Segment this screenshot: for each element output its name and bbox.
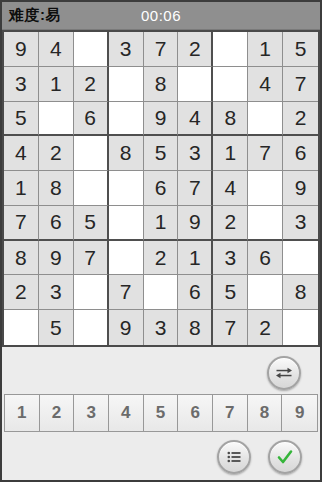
cell-r4c8[interactable]: 7 — [248, 136, 283, 171]
cell-r2c7[interactable] — [213, 67, 248, 102]
cell-r1c2[interactable]: 4 — [39, 32, 74, 67]
cell-r8c9[interactable]: 8 — [283, 275, 318, 310]
numpad-key-1[interactable]: 1 — [5, 395, 40, 431]
cell-r3c5[interactable]: 9 — [144, 102, 179, 137]
check-button[interactable] — [268, 440, 302, 474]
cell-r9c1[interactable] — [4, 310, 39, 345]
cell-r4c1[interactable]: 4 — [4, 136, 39, 171]
cell-r7c8[interactable]: 6 — [248, 241, 283, 276]
cell-r1c4[interactable]: 3 — [109, 32, 144, 67]
cell-r7c9[interactable] — [283, 241, 318, 276]
cell-r5c8[interactable] — [248, 171, 283, 206]
numpad-key-4[interactable]: 4 — [109, 395, 144, 431]
cell-r1c9[interactable]: 5 — [283, 32, 318, 67]
cell-r5c3[interactable] — [74, 171, 109, 206]
cell-r3c1[interactable]: 5 — [4, 102, 39, 137]
timer: 00:06 — [141, 7, 181, 24]
numpad-key-3[interactable]: 3 — [74, 395, 109, 431]
cell-r7c6[interactable]: 1 — [178, 241, 213, 276]
cell-r6c1[interactable]: 7 — [4, 206, 39, 241]
cell-r5c7[interactable]: 4 — [213, 171, 248, 206]
cell-r5c9[interactable]: 9 — [283, 171, 318, 206]
cell-r7c1[interactable]: 8 — [4, 241, 39, 276]
swap-arrows-icon — [274, 363, 294, 383]
cell-r3c7[interactable]: 8 — [213, 102, 248, 137]
cell-r9c5[interactable]: 3 — [144, 310, 179, 345]
cell-r2c9[interactable]: 7 — [283, 67, 318, 102]
difficulty-label: 难度:易 — [9, 6, 61, 25]
list-icon — [224, 447, 244, 467]
cell-r9c6[interactable]: 8 — [178, 310, 213, 345]
cell-r1c7[interactable] — [213, 32, 248, 67]
header-bar: 难度:易 00:06 — [2, 2, 320, 30]
cell-r2c6[interactable] — [178, 67, 213, 102]
cell-r8c1[interactable]: 2 — [4, 275, 39, 310]
numpad-key-8[interactable]: 8 — [248, 395, 283, 431]
cell-r2c4[interactable] — [109, 67, 144, 102]
toolbar-top — [2, 347, 320, 394]
numpad-key-7[interactable]: 7 — [213, 395, 248, 431]
cell-r8c5[interactable] — [144, 275, 179, 310]
sudoku-board: 9437215312847569482428531761867497651923… — [2, 30, 320, 347]
cell-r6c4[interactable] — [109, 206, 144, 241]
numpad-key-6[interactable]: 6 — [178, 395, 213, 431]
cell-r2c3[interactable]: 2 — [74, 67, 109, 102]
cell-r3c3[interactable]: 6 — [74, 102, 109, 137]
number-pad: 123456789 — [4, 394, 318, 432]
cell-r4c4[interactable]: 8 — [109, 136, 144, 171]
cell-r4c2[interactable]: 2 — [39, 136, 74, 171]
cell-r2c8[interactable]: 4 — [248, 67, 283, 102]
cell-r5c6[interactable]: 7 — [178, 171, 213, 206]
cell-r8c2[interactable]: 3 — [39, 275, 74, 310]
cell-r3c8[interactable] — [248, 102, 283, 137]
cell-r8c8[interactable] — [248, 275, 283, 310]
cell-r5c1[interactable]: 1 — [4, 171, 39, 206]
cell-r3c2[interactable] — [39, 102, 74, 137]
cell-r1c5[interactable]: 7 — [144, 32, 179, 67]
cell-r2c5[interactable]: 8 — [144, 67, 179, 102]
cell-r6c8[interactable] — [248, 206, 283, 241]
cell-r5c5[interactable]: 6 — [144, 171, 179, 206]
cell-r4c6[interactable]: 3 — [178, 136, 213, 171]
cell-r8c7[interactable]: 5 — [213, 275, 248, 310]
cell-r2c2[interactable]: 1 — [39, 67, 74, 102]
cell-r4c5[interactable]: 5 — [144, 136, 179, 171]
cell-r9c8[interactable]: 2 — [248, 310, 283, 345]
cell-r9c2[interactable]: 5 — [39, 310, 74, 345]
cell-r5c2[interactable]: 8 — [39, 171, 74, 206]
check-icon — [274, 446, 296, 468]
cell-r7c4[interactable] — [109, 241, 144, 276]
cell-r2c1[interactable]: 3 — [4, 67, 39, 102]
numpad-key-2[interactable]: 2 — [40, 395, 75, 431]
cell-r9c3[interactable] — [74, 310, 109, 345]
cell-r3c9[interactable]: 2 — [283, 102, 318, 137]
numpad-key-5[interactable]: 5 — [144, 395, 179, 431]
cell-r7c7[interactable]: 3 — [213, 241, 248, 276]
cell-r7c2[interactable]: 9 — [39, 241, 74, 276]
cell-r5c4[interactable] — [109, 171, 144, 206]
cell-r1c1[interactable]: 9 — [4, 32, 39, 67]
cell-r1c8[interactable]: 1 — [248, 32, 283, 67]
cell-r9c7[interactable]: 7 — [213, 310, 248, 345]
cell-r9c4[interactable]: 9 — [109, 310, 144, 345]
menu-list-button[interactable] — [217, 440, 251, 474]
cell-r6c3[interactable]: 5 — [74, 206, 109, 241]
cell-r1c3[interactable] — [74, 32, 109, 67]
sudoku-app: 难度:易 00:06 94372153128475694824285317618… — [0, 0, 322, 482]
cell-r4c3[interactable] — [74, 136, 109, 171]
cell-r8c3[interactable] — [74, 275, 109, 310]
cell-r8c4[interactable]: 7 — [109, 275, 144, 310]
cell-r7c5[interactable]: 2 — [144, 241, 179, 276]
numpad-key-9[interactable]: 9 — [282, 395, 317, 431]
cell-r6c5[interactable]: 1 — [144, 206, 179, 241]
cell-r4c7[interactable]: 1 — [213, 136, 248, 171]
cell-r8c6[interactable]: 6 — [178, 275, 213, 310]
cell-r4c9[interactable]: 6 — [283, 136, 318, 171]
cell-r6c2[interactable]: 6 — [39, 206, 74, 241]
cell-r3c6[interactable]: 4 — [178, 102, 213, 137]
swap-mode-button[interactable] — [267, 356, 301, 390]
cell-r6c7[interactable]: 2 — [213, 206, 248, 241]
cell-r6c6[interactable]: 9 — [178, 206, 213, 241]
cell-r7c3[interactable]: 7 — [74, 241, 109, 276]
cell-r3c4[interactable] — [109, 102, 144, 137]
toolbar-bottom — [2, 432, 320, 474]
cell-r6c9[interactable]: 3 — [283, 206, 318, 241]
cell-r9c9[interactable] — [283, 310, 318, 345]
cell-r1c6[interactable]: 2 — [178, 32, 213, 67]
